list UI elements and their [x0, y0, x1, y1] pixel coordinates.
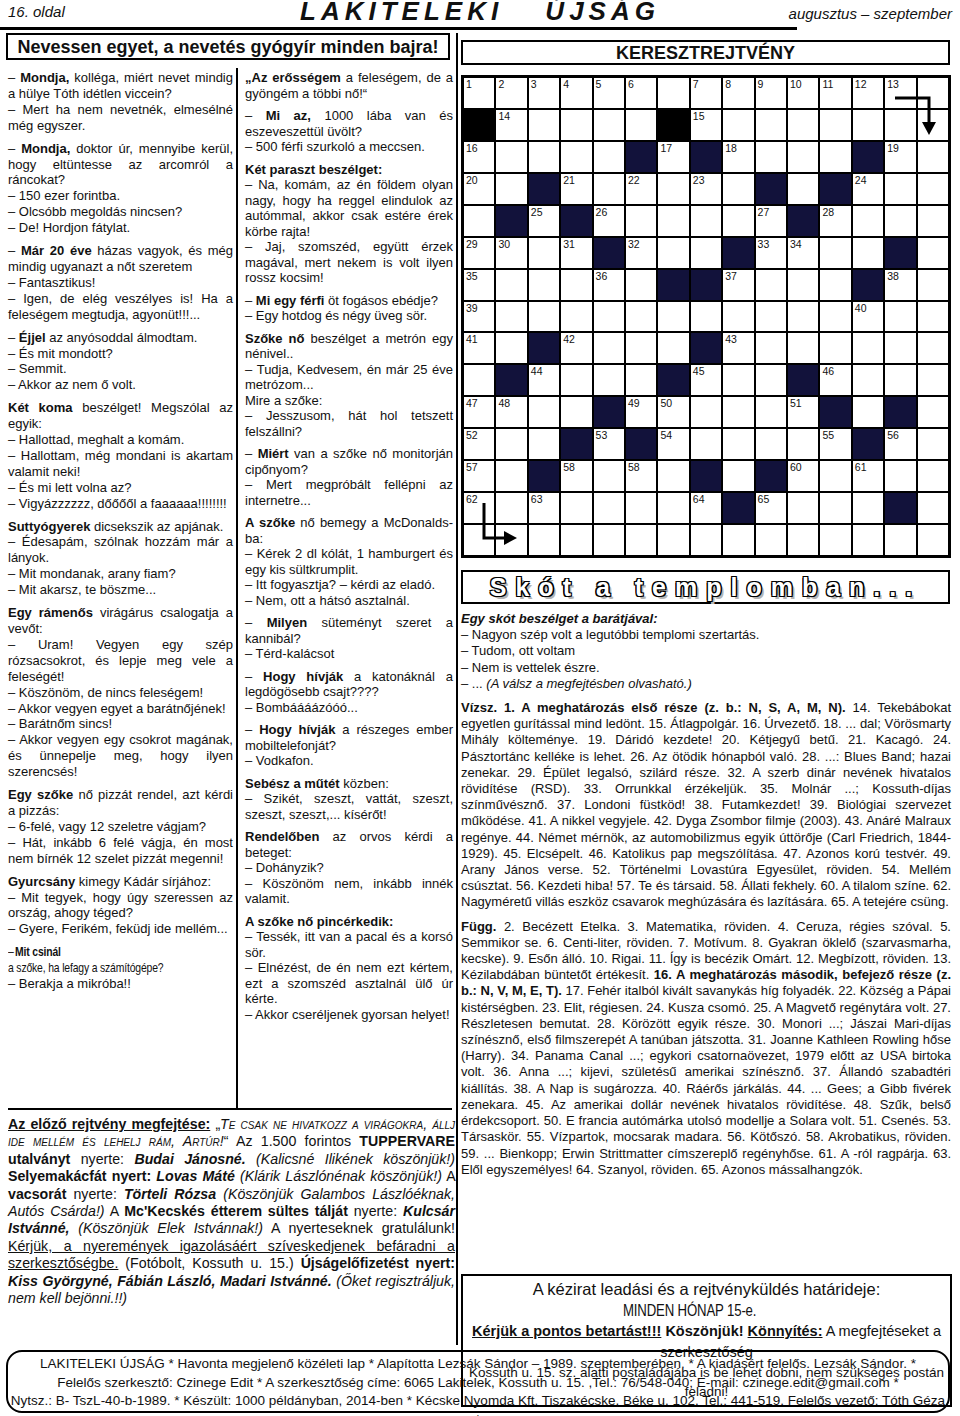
grid-cell-r14c10: 65 [756, 493, 786, 523]
block-cell-r6c5 [594, 238, 624, 268]
paragraph: Az előző rejtvény megfejtése: „Te csak n… [8, 1116, 455, 1307]
clue-number: 49 [628, 397, 640, 409]
block-cell-r3c8 [691, 142, 721, 172]
grid-cell-r1c7 [658, 78, 688, 108]
text-segment: Mc'Kecskés étterem sültes tálját [124, 1203, 348, 1219]
grid-cell-r15c15 [918, 525, 948, 555]
paragraph: – Na, komám, az én földem olyan nagy, ho… [245, 177, 453, 239]
grid-cell-r1c3: 3 [529, 78, 559, 108]
grid-cell-r8c11 [788, 302, 818, 332]
text-segment: (Köszönjük Elek Istvánnak!) [70, 1220, 264, 1236]
text-segment: – [8, 944, 14, 960]
clue-number: 29 [466, 238, 478, 250]
grid-cell-r9c10 [756, 333, 786, 363]
grid-cell-r10c9 [723, 365, 753, 395]
grid-cell-r13c9 [723, 461, 753, 491]
clue-number: 17 [660, 142, 672, 154]
clue-number: 65 [758, 493, 770, 505]
grid-cell-r1c5: 5 [594, 78, 624, 108]
clue-number: 45 [693, 365, 705, 377]
grid-cell-r9c1: 41 [464, 333, 494, 363]
paragraph: – Elnézést, de én nem ezt kértem, ezt a … [245, 960, 453, 1007]
clue-number: 19 [887, 142, 899, 154]
grid-cell-r1c8: 7 [691, 78, 721, 108]
paragraph: – Mi az, 1000 lába van és eszeveszettül … [245, 108, 453, 139]
grid-cell-r5c9 [723, 206, 753, 236]
clue-number: 58 [628, 461, 640, 473]
text-segment: Kiss Györgyné, Fábián László, Madari Ist… [8, 1273, 332, 1289]
grid-cell-r9c11 [788, 333, 818, 363]
paragraph: – Jaj, szomszéd, együtt érzek magával, m… [245, 239, 453, 286]
paragraph: – Nagyon szép volt a legutóbbi templomi … [461, 627, 951, 643]
grid-cell-r12c14: 56 [885, 429, 915, 459]
grid-cell-r10c5 [594, 365, 624, 395]
paragraph: – Olcsóbb megoldás nincsen? [8, 204, 233, 220]
text-segment: A szőke [245, 515, 295, 530]
text-segment: A szőke nő pincérkedik: [245, 914, 393, 929]
grid-cell-r15c7 [658, 525, 688, 555]
paragraph: Egy skót beszélget a barátjával: [461, 611, 951, 627]
paragraph: – Bombáááázóóó... [245, 700, 453, 716]
grid-cell-r15c6 [626, 525, 656, 555]
grid-cell-r5c14 [885, 206, 915, 236]
grid-cell-r1c9: 8 [723, 78, 753, 108]
paragraph: Két koma beszélget! Megszólal az egyik: [8, 400, 233, 432]
block-cell-r12c13 [853, 429, 883, 459]
paragraph: Egy rámenős virágárus csalogatja a vevőt… [8, 605, 233, 637]
clue-number: 60 [790, 461, 802, 473]
grid-cell-r2c13 [853, 110, 883, 140]
grid-cell-r7c14: 38 [885, 270, 915, 300]
grid-cell-r7c12 [820, 270, 850, 300]
block-cell-r3c13 [853, 142, 883, 172]
block-cell-r7c8 [691, 270, 721, 300]
grid-cell-r3c4 [561, 142, 591, 172]
clue-number: 4 [563, 78, 569, 90]
clue-number: 14 [498, 110, 510, 122]
block-cell-r4c3 [529, 174, 559, 204]
paragraph: – Gyere, Ferikém, feküdj ide mellém... [8, 921, 233, 937]
text-segment: Mondja, [20, 70, 69, 85]
clue-number: 10 [790, 78, 802, 90]
grid-cell-r13c14 [885, 461, 915, 491]
grid-cell-r5c1 [464, 206, 494, 236]
clue-number: 57 [466, 461, 478, 473]
grid-cell-r7c15 [918, 270, 948, 300]
grid-cell-r8c4 [561, 302, 591, 332]
paragraph: – Barátnőm sincs! [8, 716, 233, 732]
paragraph: – És mit mondott? [8, 346, 233, 362]
paragraph: – Akkor az nem ő volt. [8, 377, 233, 393]
clue-number: 38 [887, 270, 899, 282]
block-cell-r10c2 [496, 365, 526, 395]
grid-cell-r9c5 [594, 333, 624, 363]
grid-cell-r5c3: 25 [529, 206, 559, 236]
clue-number: 44 [531, 365, 543, 377]
text-segment: Könnyítés: [748, 1323, 823, 1339]
clue-number: 7 [693, 78, 699, 90]
grid-cell-r2c10 [756, 110, 786, 140]
grid-cell-r2c5 [594, 110, 624, 140]
grid-cell-r8c8 [691, 302, 721, 332]
grid-cell-r11c10 [756, 397, 786, 427]
paragraph: – Már 20 éve házas vagyok, és még mindig… [8, 243, 233, 275]
block-cell-r13c10 [756, 461, 786, 491]
grid-cell-r4c9 [723, 174, 753, 204]
grid-cell-r4c13: 24 [853, 174, 883, 204]
grid-cell-r13c15 [918, 461, 948, 491]
clue-number: 42 [563, 333, 575, 345]
grid-cell-r14c8: 64 [691, 493, 721, 523]
text-segment: Lovas Máté [156, 1168, 235, 1184]
clue-number: 62 [466, 493, 478, 505]
text-segment: Mondja, [21, 141, 70, 156]
grid-cell-r4c14 [885, 174, 915, 204]
text-segment: vacsorát [8, 1186, 66, 1202]
column-rule-1 [236, 68, 238, 1108]
grid-cell-r8c9 [723, 302, 753, 332]
grid-cell-r6c13 [853, 238, 883, 268]
clue-number: 41 [466, 333, 478, 345]
paragraph: – Mit akarsz, te böszme... [8, 582, 233, 598]
block-cell-r14c9 [723, 493, 753, 523]
paragraph: Két paraszt beszélget: [245, 162, 453, 178]
text-segment: Éjjel [19, 330, 46, 345]
grid-cell-r1c2: 2 [496, 78, 526, 108]
paragraph: – Fantasztikus! [8, 275, 233, 291]
grid-cell-r9c7 [658, 333, 688, 363]
text-segment: 16. A meghatározás második, befejező rés… [461, 967, 951, 998]
text-segment: Két koma [8, 400, 73, 415]
paragraph: – Vodkafon. [245, 753, 453, 769]
paragraph: – Térd-kalácsot [245, 646, 453, 662]
newspaper-page: 16. oldal LAKITELEKI ÚJSÁG augusztus – s… [0, 0, 960, 1416]
text-segment: Két paraszt beszélget: [245, 162, 382, 177]
grid-cell-r14c11 [788, 493, 818, 523]
grid-cell-r15c11 [788, 525, 818, 555]
block-cell-r7c13 [853, 270, 883, 300]
grid-cell-r9c13 [853, 333, 883, 363]
grid-cell-r9c6 [626, 333, 656, 363]
grid-cell-r10c13 [853, 365, 883, 395]
grid-cell-r11c3 [529, 397, 559, 427]
clue-number: 63 [531, 493, 543, 505]
grid-cell-r13c13: 61 [853, 461, 883, 491]
clue-number: 21 [563, 174, 575, 186]
paragraph: – Hallottad, meghalt a komám. [8, 432, 233, 448]
grid-cell-r14c13 [853, 493, 883, 523]
clue-number: 26 [596, 206, 608, 218]
grid-cell-r7c3 [529, 270, 559, 300]
paragraph: – Akkor vegyen egy csokrot magának, és ü… [8, 732, 233, 780]
grid-cell-r12c12: 55 [820, 429, 850, 459]
grid-cell-r15c3 [529, 525, 559, 555]
grid-cell-r12c15 [918, 429, 948, 459]
grid-cell-r10c12: 46 [820, 365, 850, 395]
grid-cell-r10c3: 44 [529, 365, 559, 395]
paragraph: – 6-felé, vagy 12 szeletre vágjam? [8, 819, 233, 835]
text-segment: Milyen [267, 615, 307, 630]
text-segment: MINDEN HÓNAP 15-e. [623, 1300, 756, 1321]
block-cell-r4c10 [756, 174, 786, 204]
text-segment: Budai Jánosné. [134, 1151, 245, 1167]
text-segment: Már 20 éve [21, 243, 92, 258]
grid-cell-r3c3 [529, 142, 559, 172]
grid-cell-r15c5 [594, 525, 624, 555]
clue-number: 32 [628, 238, 640, 250]
grid-cell-r15c8 [691, 525, 721, 555]
grid-cell-r14c15 [918, 493, 948, 523]
paragraph: Sebész a műtét közben: [245, 776, 453, 792]
grid-cell-r9c9: 43 [723, 333, 753, 363]
text-segment: Egy skót beszélget a barátjával: [461, 611, 658, 626]
grid-cell-r3c5 [594, 142, 624, 172]
grid-cell-r5c13 [853, 206, 883, 236]
grid-cell-r12c1: 52 [464, 429, 494, 459]
grid-cell-r2c3 [529, 110, 559, 140]
paragraph: A szőke nő pincérkedik: [245, 914, 453, 930]
paragraph: Szőke nő beszélget a metrón egy nénivel.… [245, 331, 453, 362]
text-segment: (Kalicsné Ilikének köszönjük!) [246, 1151, 455, 1167]
grid-cell-r5c5: 26 [594, 206, 624, 236]
grid-cell-r3c12 [820, 142, 850, 172]
text-segment: Egy rámenős [8, 605, 93, 620]
paragraph: – Nem, ott a hátsó asztalnál. [245, 593, 453, 609]
grid-cell-r12c5: 53 [594, 429, 624, 459]
clue-number: 1 [466, 78, 472, 90]
grid-cell-r3c15 [918, 142, 948, 172]
text-segment: Mit csinál [15, 944, 61, 960]
text-segment: Szőke nő [245, 331, 305, 346]
grid-cell-r4c4: 21 [561, 174, 591, 204]
jokes-section-title: Nevessen egyet, a nevetés gyógyír minden… [6, 33, 450, 60]
block-cell-r6c9 [723, 238, 753, 268]
grid-cell-r11c15 [918, 397, 948, 427]
paragraph: – Mondja, doktor úr, mennyibe kerül, hog… [8, 141, 233, 189]
paragraph: – Szikét, szeszt, vattát, szeszt, szeszt… [245, 791, 453, 822]
clue-number: 55 [822, 429, 834, 441]
paragraph: LAKITELEKI ÚJSÁG * Havonta megjelenő köz… [8, 1355, 948, 1374]
paragraph: – 150 ezer forintba. [8, 188, 233, 204]
clue-number: 12 [855, 78, 867, 90]
text-segment: Hogy hívják [263, 669, 343, 684]
grid-cell-r15c12 [820, 525, 850, 555]
grid-cell-r13c12 [820, 461, 850, 491]
grid-cell-r3c1: 16 [464, 142, 494, 172]
block-cell-r11c12 [820, 397, 850, 427]
clue-number: 2 [498, 78, 504, 90]
paragraph: – Köszönöm nem, inkább innék valamit. [245, 876, 453, 907]
clue-number: 15 [693, 110, 705, 122]
paragraph: – Köszönöm, de nincs feleségem! [8, 685, 233, 701]
clue-number: 50 [660, 397, 672, 409]
grid-cell-r6c7 [658, 238, 688, 268]
paragraph: – És mi lett volna az? [8, 480, 233, 496]
grid-cell-r2c15 [918, 110, 948, 140]
grid-cell-r15c4 [561, 525, 591, 555]
paragraph: – Tudja, Kedvesem, én már 25 éve metrózo… [245, 362, 453, 393]
clue-number: 34 [790, 238, 802, 250]
grid-cell-r9c12 [820, 333, 850, 363]
grid-cell-r6c12 [820, 238, 850, 268]
block-cell-r11c5 [594, 397, 624, 427]
paragraph: – Uram! Vegyen egy szép rózsacsokrot, és… [8, 637, 233, 685]
grid-cell-r8c5 [594, 302, 624, 332]
grid-cell-r2c14 [885, 110, 915, 140]
grid-cell-r3c9: 18 [723, 142, 753, 172]
grid-cell-r10c14 [885, 365, 915, 395]
clue-number: 35 [466, 270, 478, 282]
paragraph: – ... (A válsz a megfejtésben olvasható.… [461, 676, 951, 692]
text-segment: Vízsz. 1. A meghatározás első része (z. … [461, 700, 846, 715]
grid-cell-r8c6 [626, 302, 656, 332]
grid-cell-r1c1: 1 [464, 78, 494, 108]
grid-cell-r12c10 [756, 429, 786, 459]
text-segment: Gyurcsány [8, 874, 75, 889]
grid-cell-r8c14 [885, 302, 915, 332]
block-cell-r13c3 [529, 461, 559, 491]
paragraph: A kézirat leadási és a rejtvényküldés ha… [465, 1279, 948, 1321]
grid-cell-r5c7 [658, 206, 688, 236]
block-cell-r10c7 [658, 365, 688, 395]
clue-number: 6 [628, 78, 634, 90]
clue-number: 37 [725, 270, 737, 282]
paragraph: – Itt fogyasztja? – kérdi az eladó. [245, 577, 453, 593]
clue-number: 33 [758, 238, 770, 250]
previous-solution-section: Az előző rejtvény megfejtése: „Te csak n… [8, 1116, 455, 1307]
grid-cell-r14c5 [594, 493, 624, 523]
grid-cell-r13c11: 60 [788, 461, 818, 491]
grid-cell-r2c4 [561, 110, 591, 140]
paragraph: – Nem is vettelek észre. [461, 660, 951, 676]
grid-cell-r15c13 [853, 525, 883, 555]
grid-cell-r10c1 [464, 365, 494, 395]
paragraph: Egy szőke nő pizzát rendel, azt kérdi a … [8, 787, 233, 819]
block-cell-r9c8 [691, 333, 721, 363]
grid-cell-r11c6: 49 [626, 397, 656, 427]
grid-cell-r12c2 [496, 429, 526, 459]
grid-cell-r13c5 [594, 461, 624, 491]
paragraph: Nytsz.: B- TszL-40-b-1989. * Készült: 10… [8, 1392, 948, 1416]
paragraph: – Kérek 2 dl kólát, 1 hamburgert és egy … [245, 546, 453, 577]
text-segment: Hogy hívják [259, 722, 335, 737]
grid-cell-r15c2 [496, 525, 526, 555]
clue-number: 48 [498, 397, 510, 409]
paragraph: – Hogy hívják a katonáknál a legdögösebb… [245, 669, 453, 700]
grid-cell-r11c13 [853, 397, 883, 427]
paragraph: – Tudom, ott voltam [461, 643, 951, 659]
clue-number: 5 [596, 78, 602, 90]
imprint-box: LAKITELEKI ÚJSÁG * Havonta megjelenő köz… [6, 1350, 950, 1413]
grid-cell-r6c15 [918, 238, 948, 268]
grid-cell-r3c11 [788, 142, 818, 172]
paragraph: – Mondja, kolléga, miért nevet mindig a … [8, 70, 233, 102]
paragraph: – Mi egy férfi öt fogásos ebédje? [245, 293, 453, 309]
text-segment: „Az erősségem [245, 70, 341, 85]
block-cell-r2c1 [464, 110, 494, 140]
grid-cell-r12c9 [723, 429, 753, 459]
grid-cell-r8c1: 39 [464, 302, 494, 332]
paragraph: Rendelőben az orvos kérdi a beteget: [245, 829, 453, 860]
grid-cell-r12c8 [691, 429, 721, 459]
text-segment: Miért [258, 446, 289, 461]
paragraph: A szőke nő bemegy a McDonalds-ba: [245, 515, 453, 546]
crossword-clues: Egy skót beszélget a barátjával:– Nagyon… [461, 611, 951, 1178]
grid-cell-r15c1 [464, 525, 494, 555]
crossword-joke-banner: Skót a templomban... [461, 570, 950, 604]
grid-cell-r14c6 [626, 493, 656, 523]
grid-cell-r4c11 [788, 174, 818, 204]
block-cell-r5c2 [496, 206, 526, 236]
grid-cell-r8c13: 40 [853, 302, 883, 332]
grid-cell-r1c11: 10 [788, 78, 818, 108]
grid-cell-r7c1: 35 [464, 270, 494, 300]
grid-cell-r14c7 [658, 493, 688, 523]
grid-cell-r10c15 [918, 365, 948, 395]
grid-cell-r14c2 [496, 493, 526, 523]
text-segment: Újságelőfizetést nyert: [301, 1255, 455, 1271]
paragraph: Vízsz. 1. A meghatározás első része (z. … [461, 700, 951, 911]
text-segment: Rendelőben [245, 829, 319, 844]
clue-number: 11 [822, 78, 833, 90]
clue-number: 61 [855, 461, 867, 473]
block-cell-r12c4 [561, 429, 591, 459]
grid-cell-r4c8: 23 [691, 174, 721, 204]
grid-cell-r9c15 [918, 333, 948, 363]
grid-cell-r6c8 [691, 238, 721, 268]
paragraph: – Milyen süteményt szeret a kannibál? [245, 615, 453, 646]
jokes-bottom-rule [8, 1108, 452, 1110]
paragraph: Felelős szerkesztő: Czinege Edit * A sze… [8, 1374, 948, 1393]
clue-number: 51 [790, 397, 802, 409]
grid-cell-r4c15 [918, 174, 948, 204]
text-segment: Kérjük a pontos betartást!!! [472, 1323, 661, 1339]
grid-cell-r8c7 [658, 302, 688, 332]
grid-cell-r14c3: 63 [529, 493, 559, 523]
block-cell-r5c11 [788, 206, 818, 236]
grid-cell-r10c6 [626, 365, 656, 395]
clue-number: 64 [693, 493, 705, 505]
grid-cell-r5c12: 28 [820, 206, 850, 236]
text-segment: Köszönjük! [661, 1323, 747, 1339]
crossword-section-title: KERESZTREJTVÉNY [461, 40, 950, 65]
grid-cell-r4c7 [658, 174, 688, 204]
clue-number: 20 [466, 174, 478, 186]
grid-cell-r8c3 [529, 302, 559, 332]
grid-cell-r2c11 [788, 110, 818, 140]
grid-cell-r5c8 [691, 206, 721, 236]
text-segment: Mi egy férfi [256, 293, 325, 308]
clue-number: 39 [466, 302, 478, 314]
grid-cell-r2c2: 14 [496, 110, 526, 140]
grid-cell-r14c1: 62 [464, 493, 494, 523]
block-cell-r7c7 [658, 270, 688, 300]
text-segment: Mi az, [266, 108, 311, 123]
grid-cell-r7c11 [788, 270, 818, 300]
grid-cell-r2c8: 15 [691, 110, 721, 140]
grid-cell-r1c4: 4 [561, 78, 591, 108]
grid-cell-r13c7 [658, 461, 688, 491]
clue-number: 28 [822, 206, 834, 218]
paragraph: Függ. 2. Becézett Etelka. 3. Matematika,… [461, 919, 951, 1178]
text-segment: Egy szőke [8, 787, 73, 802]
grid-cell-r11c11: 51 [788, 397, 818, 427]
clue-number: 47 [466, 397, 478, 409]
clue-number: 53 [596, 429, 608, 441]
grid-cell-r2c9 [723, 110, 753, 140]
block-cell-r11c14 [885, 397, 915, 427]
grid-cell-r4c6: 22 [626, 174, 656, 204]
